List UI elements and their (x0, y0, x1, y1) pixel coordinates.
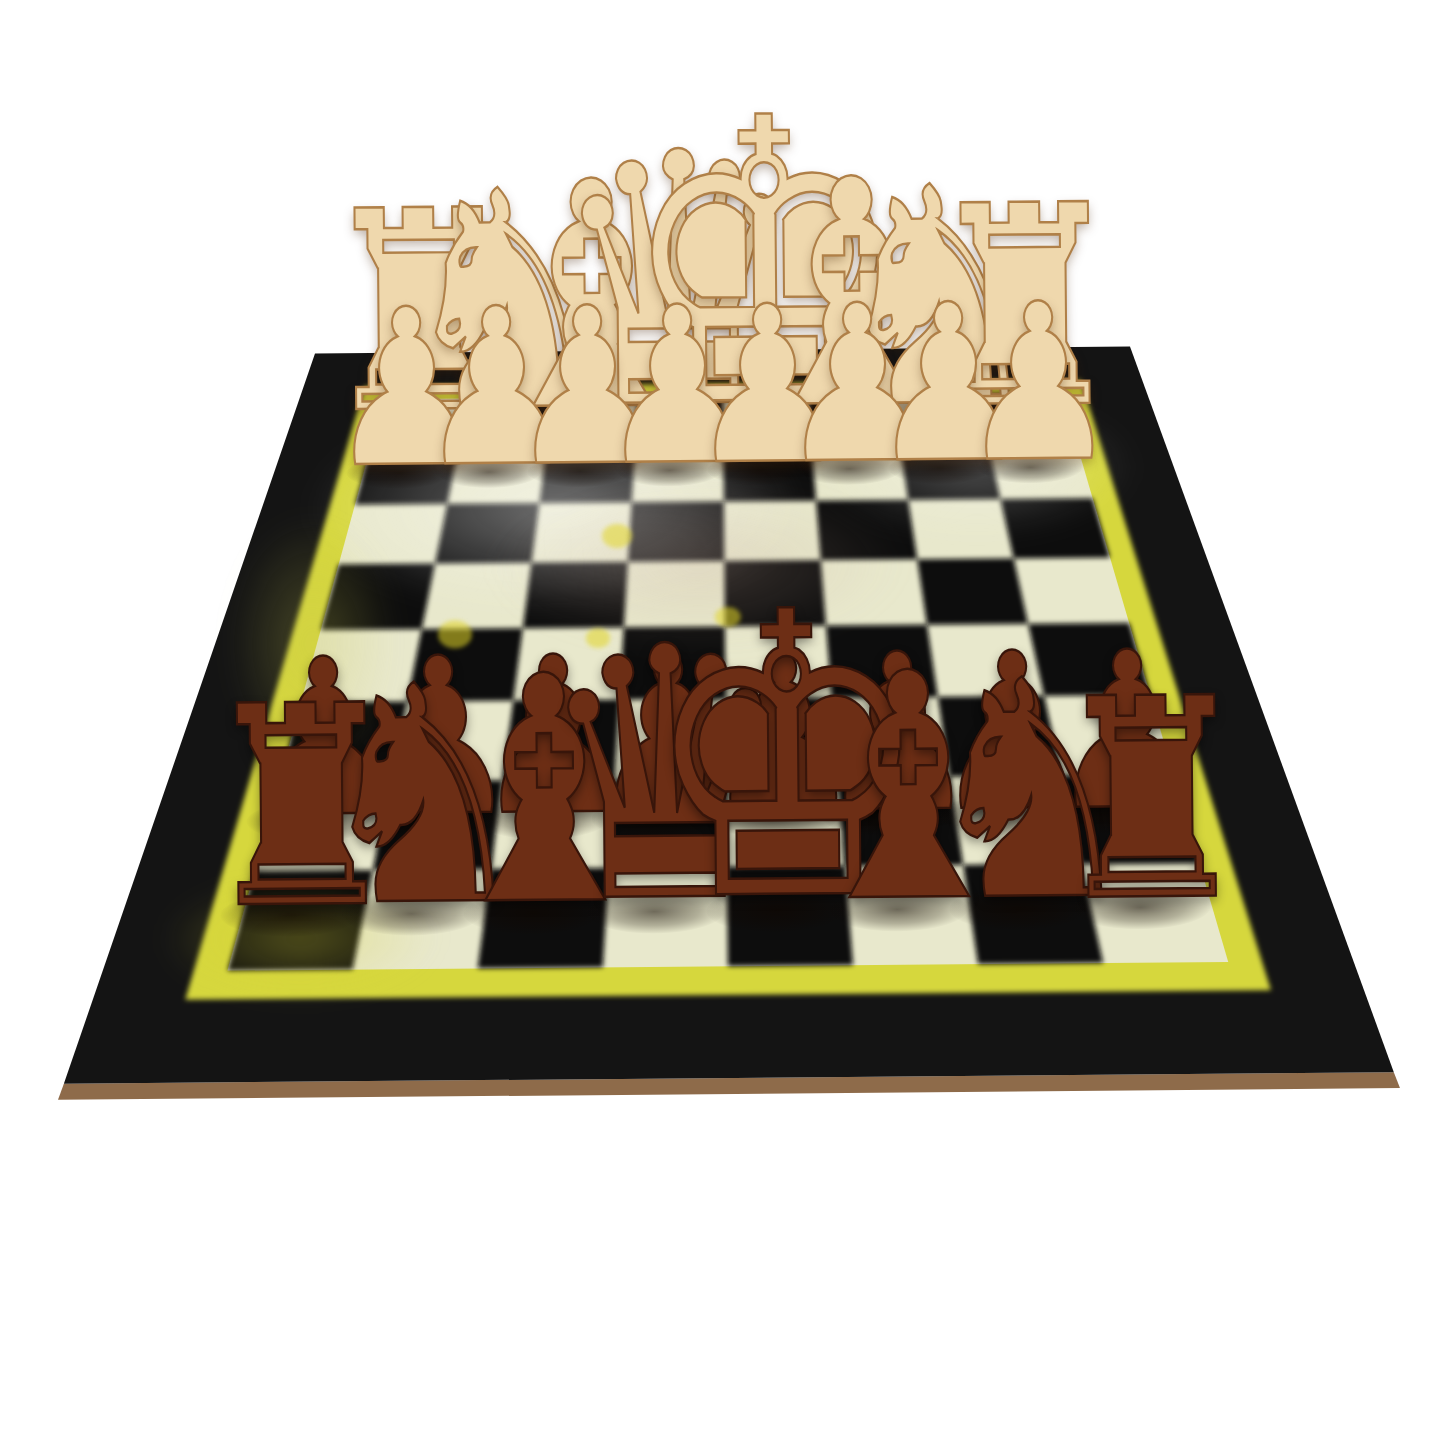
photo-canvas: ♜♞♝♛♚♝♞♜♟♟♟♟♟♟♟♟♟♟♟♟♟♟♟♟♜♞♝♛♚♝♞♜ (0, 0, 1445, 1445)
dark-rook[interactable]: ♜ (1049, 662, 1254, 940)
chessboard-photo-scene: ♜♞♝♛♚♝♞♜♟♟♟♟♟♟♟♟♟♟♟♟♟♟♟♟♜♞♝♛♚♝♞♜ (0, 0, 1445, 1445)
pieces-layer: ♜♞♝♛♚♝♞♜♟♟♟♟♟♟♟♟♟♟♟♟♟♟♟♟♜♞♝♛♚♝♞♜ (0, 0, 1445, 1445)
light-pawn[interactable]: ♟ (958, 276, 1119, 493)
